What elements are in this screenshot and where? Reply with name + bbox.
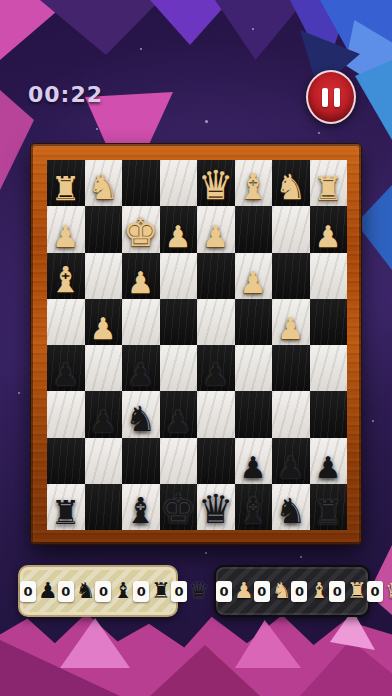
black-pawn[interactable]: ♟ (85, 407, 123, 437)
black-king[interactable]: ♚ (160, 489, 198, 529)
square-h5[interactable]: ♟ (47, 345, 85, 391)
black-bishop[interactable]: ♝ (122, 493, 160, 529)
square-d1[interactable]: ♛ (197, 160, 235, 206)
black-knight[interactable]: ♞ (122, 402, 160, 437)
black-queen-icon: ♛ (189, 580, 209, 602)
white-pawn[interactable]: ♟ (310, 222, 348, 252)
white-bishop[interactable]: ♝ (47, 262, 85, 298)
square-e1[interactable] (160, 160, 198, 206)
capture-count: 0 (133, 581, 149, 602)
white-queen-icon: ♛ (385, 580, 392, 602)
white-knight-icon: ♞ (272, 580, 292, 602)
square-b2[interactable] (272, 206, 310, 252)
white-bishop-icon: ♝ (309, 580, 329, 602)
capture-count: 0 (171, 581, 187, 602)
square-h4[interactable] (47, 299, 85, 345)
capture-count: 0 (329, 581, 345, 602)
square-h3[interactable]: ♝ (47, 253, 85, 299)
square-g4[interactable]: ♟ (85, 299, 123, 345)
white-rook[interactable]: ♜ (47, 172, 85, 205)
square-c5[interactable] (235, 345, 273, 391)
square-b8[interactable]: ♞ (272, 484, 310, 530)
black-rook-icon: ♜ (151, 580, 171, 602)
capture-slot-rook: 0♜ (329, 580, 367, 602)
square-c8[interactable]: ♝ (235, 484, 273, 530)
capture-slot-knight: 0♞ (58, 580, 96, 602)
square-h7[interactable] (47, 438, 85, 484)
pause-icon (334, 88, 340, 107)
square-e3[interactable] (160, 253, 198, 299)
board-frame: ♜♞♛♝♞♜♟♚♟♟♟♝♟♟♟♟♟♟♟♟♞♟♟♟♟♜♝♚♛♝♞♜ (30, 143, 362, 545)
white-pawn[interactable]: ♟ (235, 268, 273, 298)
star-dot (318, 132, 320, 134)
square-c2[interactable] (235, 206, 273, 252)
square-e8[interactable]: ♚ (160, 484, 198, 530)
white-pawn[interactable]: ♟ (272, 314, 310, 344)
capture-slot-bishop: 0♝ (291, 580, 329, 602)
star-dot (205, 120, 208, 123)
white-queen[interactable]: ♛ (197, 165, 235, 205)
square-a2[interactable]: ♟ (310, 206, 348, 252)
square-g7[interactable] (85, 438, 123, 484)
black-knight[interactable]: ♞ (272, 494, 310, 529)
square-a7[interactable]: ♟ (310, 438, 348, 484)
square-a6[interactable] (310, 391, 348, 437)
white-rook-icon: ♜ (347, 580, 367, 602)
square-f8[interactable]: ♝ (122, 484, 160, 530)
star-dot (252, 28, 254, 30)
black-pawn[interactable]: ♟ (272, 453, 310, 483)
capture-count: 0 (254, 581, 270, 602)
square-d4[interactable] (197, 299, 235, 345)
square-f3[interactable]: ♟ (122, 253, 160, 299)
black-pawn[interactable]: ♟ (197, 360, 235, 390)
black-pawn-icon: ♟ (38, 580, 58, 602)
white-bishop[interactable]: ♝ (235, 169, 273, 205)
capture-count: 0 (291, 581, 307, 602)
black-bishop-icon: ♝ (113, 580, 133, 602)
capture-count: 0 (58, 581, 74, 602)
capture-count: 0 (367, 581, 383, 602)
black-pawn[interactable]: ♟ (235, 453, 273, 483)
capture-slot-pawn: 0♟ (20, 580, 58, 602)
capture-slot-queen: 0♛ (367, 580, 392, 602)
square-f1[interactable] (122, 160, 160, 206)
square-d5[interactable]: ♟ (197, 345, 235, 391)
white-pawn[interactable]: ♟ (85, 314, 123, 344)
capture-slot-bishop: 0♝ (95, 580, 133, 602)
star-dot (140, 48, 142, 50)
square-g5[interactable] (85, 345, 123, 391)
square-c3[interactable]: ♟ (235, 253, 273, 299)
square-e7[interactable] (160, 438, 198, 484)
pause-button[interactable] (306, 70, 356, 124)
square-h6[interactable] (47, 391, 85, 437)
square-d6[interactable] (197, 391, 235, 437)
square-d7[interactable] (197, 438, 235, 484)
square-a1[interactable]: ♜ (310, 160, 348, 206)
white-pawn[interactable]: ♟ (160, 222, 198, 252)
game-screen: 00:22 ♜♞♛♝♞♜♟♚♟♟♟♝♟♟♟♟♟♟♟♟♞♟♟♟♟♜♝♚♛♝♞♜ 0… (0, 0, 392, 696)
star-dot (372, 420, 374, 422)
bg-triangle (150, 0, 230, 45)
black-bishop[interactable]: ♝ (235, 493, 273, 529)
white-pawn[interactable]: ♟ (47, 222, 85, 252)
square-g2[interactable] (85, 206, 123, 252)
square-c7[interactable]: ♟ (235, 438, 273, 484)
black-rook[interactable]: ♜ (47, 496, 85, 529)
square-b3[interactable] (272, 253, 310, 299)
star-dot (96, 128, 98, 130)
square-a3[interactable] (310, 253, 348, 299)
white-rook[interactable]: ♜ (310, 172, 348, 205)
star-dot (300, 556, 302, 558)
square-a4[interactable] (310, 299, 348, 345)
square-h2[interactable]: ♟ (47, 206, 85, 252)
square-h1[interactable]: ♜ (47, 160, 85, 206)
pause-icon (322, 88, 328, 107)
captured-black-pieces-tray: 0♟0♞0♝0♜0♛ (18, 565, 178, 617)
capture-count: 0 (20, 581, 36, 602)
capture-count: 0 (95, 581, 111, 602)
square-d2[interactable]: ♟ (197, 206, 235, 252)
square-g8[interactable] (85, 484, 123, 530)
square-b5[interactable] (272, 345, 310, 391)
black-pawn[interactable]: ♟ (160, 407, 198, 437)
black-queen[interactable]: ♛ (197, 489, 235, 529)
white-pawn-icon: ♟ (234, 580, 254, 602)
white-king[interactable]: ♚ (122, 212, 160, 252)
square-c4[interactable] (235, 299, 273, 345)
black-knight-icon: ♞ (76, 580, 96, 602)
black-rook[interactable]: ♜ (310, 496, 348, 529)
star-dot (18, 392, 20, 394)
star-dot (205, 552, 207, 554)
square-c6[interactable] (235, 391, 273, 437)
chess-board[interactable]: ♜♞♛♝♞♜♟♚♟♟♟♝♟♟♟♟♟♟♟♟♞♟♟♟♟♜♝♚♛♝♞♜ (47, 160, 347, 530)
square-f6[interactable]: ♞ (122, 391, 160, 437)
bg-triangle (40, 0, 160, 55)
capture-count: 0 (216, 581, 232, 602)
square-c1[interactable]: ♝ (235, 160, 273, 206)
square-f5[interactable]: ♟ (122, 345, 160, 391)
bg-triangle (215, 0, 305, 60)
capture-slot-knight: 0♞ (254, 580, 292, 602)
white-pawn[interactable]: ♟ (122, 268, 160, 298)
square-d3[interactable] (197, 253, 235, 299)
black-pawn[interactable]: ♟ (122, 360, 160, 390)
square-e4[interactable] (160, 299, 198, 345)
square-f4[interactable] (122, 299, 160, 345)
capture-slot-pawn: 0♟ (216, 580, 254, 602)
square-f2[interactable]: ♚ (122, 206, 160, 252)
square-a8[interactable]: ♜ (310, 484, 348, 530)
square-b1[interactable]: ♞ (272, 160, 310, 206)
game-timer: 00:22 (28, 82, 103, 107)
white-knight[interactable]: ♞ (85, 170, 123, 205)
white-pawn[interactable]: ♟ (197, 222, 235, 252)
square-e6[interactable]: ♟ (160, 391, 198, 437)
square-h8[interactable]: ♜ (47, 484, 85, 530)
square-a5[interactable] (310, 345, 348, 391)
square-b6[interactable] (272, 391, 310, 437)
square-g3[interactable] (85, 253, 123, 299)
square-g6[interactable]: ♟ (85, 391, 123, 437)
capture-slot-queen: 0♛ (171, 580, 209, 602)
black-pawn[interactable]: ♟ (310, 453, 348, 483)
black-pawn[interactable]: ♟ (47, 360, 85, 390)
square-e2[interactable]: ♟ (160, 206, 198, 252)
square-f7[interactable] (122, 438, 160, 484)
square-b4[interactable]: ♟ (272, 299, 310, 345)
white-knight[interactable]: ♞ (272, 170, 310, 205)
square-g1[interactable]: ♞ (85, 160, 123, 206)
square-b7[interactable]: ♟ (272, 438, 310, 484)
capture-slot-rook: 0♜ (133, 580, 171, 602)
captured-white-pieces-tray: 0♟0♞0♝0♜0♛ (214, 565, 370, 617)
square-e5[interactable] (160, 345, 198, 391)
square-d8[interactable]: ♛ (197, 484, 235, 530)
